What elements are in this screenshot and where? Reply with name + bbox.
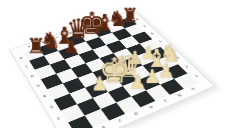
coord-label: 6 [30,75,34,79]
coord-label: d [134,112,139,116]
coord-label: 6 [150,32,154,35]
coord-label: b [102,126,107,128]
coord-label: f [164,100,168,104]
piece-black-r-a8: ♜ [7,36,65,57]
coord-label: 3 [49,105,54,109]
piece-white-p-c3: ♟ [67,74,131,93]
coord-label: c [118,119,123,123]
coord-label: 7 [25,65,29,69]
coord-label: 2 [56,117,61,122]
perspective-scene: abcdefgh abcdefgh 87654321 87654321 ♜♞♝♛… [0,0,228,128]
chess-board-mat: abcdefgh abcdefgh 87654321 87654321 ♜♞♝♛… [9,9,215,128]
coord-label: h [191,87,196,91]
coord-label: e [149,106,154,110]
coord-label: 5 [36,84,41,88]
chess-set-photo: abcdefgh abcdefgh 87654321 87654321 ♜♞♝♛… [0,0,228,128]
coord-label: g [177,94,182,98]
coord-label: 4 [43,94,48,98]
